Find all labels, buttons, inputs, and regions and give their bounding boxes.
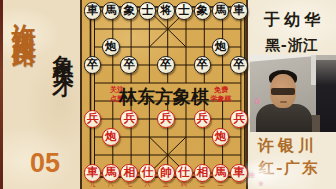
black-piece[interactable]: 卒 [230, 56, 248, 74]
board-cell: 馬 [102, 2, 120, 20]
red-piece[interactable]: 炮 [102, 128, 120, 146]
board-cell [138, 20, 156, 38]
board-cell [138, 110, 156, 128]
board-cell [175, 38, 193, 56]
board-cell: 車 [83, 2, 101, 20]
board-cell [230, 20, 248, 38]
board-cell [193, 146, 211, 164]
red-piece[interactable]: 車 [230, 164, 248, 182]
board-cell [138, 38, 156, 56]
black-piece[interactable]: 車 [84, 2, 102, 20]
board-cell [102, 20, 120, 38]
board-cell [102, 56, 120, 74]
wall-flower-icon: ✿ [254, 97, 261, 106]
board-cell: 車 [230, 164, 248, 182]
board-cell: 兵 [83, 110, 101, 128]
red-piece[interactable]: 馬 [102, 164, 120, 182]
red-piece[interactable]: 炮 [212, 128, 230, 146]
board-cell [83, 38, 101, 56]
board-cell: 馬 [211, 2, 229, 20]
episode-number: 05 [25, 148, 65, 179]
board-cell: 炮 [102, 38, 120, 56]
board-cell: 卒 [83, 56, 101, 74]
board-cell [175, 20, 193, 38]
black-piece[interactable]: 象 [120, 2, 138, 20]
board-cell [120, 128, 138, 146]
board-cell [211, 56, 229, 74]
board-cell [157, 38, 175, 56]
red-piece[interactable]: 相 [194, 164, 212, 182]
black-piece[interactable]: 車 [230, 2, 248, 20]
photo-ceiling-line [250, 55, 316, 62]
board-cell: 士 [175, 2, 193, 20]
board-cell [83, 128, 101, 146]
person-torso [256, 104, 312, 132]
webcam-photo: ✿ [250, 55, 336, 132]
black-piece[interactable]: 炮 [212, 38, 230, 56]
board-cell [138, 128, 156, 146]
board-cell: 馬 [211, 164, 229, 182]
red-piece[interactable]: 馬 [212, 164, 230, 182]
red-piece[interactable]: 兵 [84, 110, 102, 128]
board-cell: 将 [157, 2, 175, 20]
black-piece[interactable]: 象 [194, 2, 212, 20]
red-file-numbers: 九八七六五四三二一 [83, 181, 248, 188]
file-number-label: 五 [157, 181, 175, 188]
ad-right-text: 免费 学象棋 [208, 86, 234, 103]
board-cell: 卒 [120, 56, 138, 74]
board-cell [230, 38, 248, 56]
board-cell [211, 20, 229, 38]
board-cell [120, 20, 138, 38]
video-thumbnail: 许银川棋路 象棋天才 05 車馬象士将士象馬車炮炮卒卒卒卒卒兵兵兵兵兵炮炮車馬相… [0, 0, 336, 189]
board-cell: 兵 [230, 110, 248, 128]
board-cell: 炮 [102, 128, 120, 146]
board-cell: 車 [83, 164, 101, 182]
board-cell: 帥 [157, 164, 175, 182]
board-cell: 相 [193, 164, 211, 182]
petal-icon: ❀ [258, 180, 264, 188]
black-piece[interactable]: 士 [175, 2, 193, 20]
board-cell [211, 110, 229, 128]
board-cell: 炮 [211, 128, 229, 146]
black-piece[interactable]: 炮 [102, 38, 120, 56]
red-player-name: 许银川 [248, 136, 328, 157]
board-cell [230, 146, 248, 164]
series-subtitle: 象棋天才 [49, 38, 77, 158]
board-cell [175, 56, 193, 74]
right-info-panel: 于幼华 黑-浙江 ✿ 许银川 红-广东 ❀ ❀ [248, 0, 336, 189]
board-cell: 兵 [193, 110, 211, 128]
black-piece[interactable]: 馬 [212, 2, 230, 20]
board-cell: 相 [120, 164, 138, 182]
red-piece[interactable]: 仕 [139, 164, 157, 182]
red-piece[interactable]: 相 [120, 164, 138, 182]
board-cell [138, 146, 156, 164]
file-number-label: 四 [175, 181, 193, 188]
board-cell [120, 146, 138, 164]
file-number-label: 九 [83, 181, 101, 188]
file-number-label: 一 [230, 181, 248, 188]
black-player-side-region: 黑-浙江 [248, 36, 336, 55]
red-piece[interactable]: 兵 [194, 110, 212, 128]
file-number-label: 三 [193, 181, 211, 188]
board-cell [175, 146, 193, 164]
ad-channel-name: 林东方象棋 [118, 84, 209, 109]
red-piece[interactable]: 兵 [157, 110, 175, 128]
board-cell [193, 20, 211, 38]
board-cell [211, 146, 229, 164]
person-glasses [271, 88, 295, 95]
board-cell: 兵 [157, 110, 175, 128]
board-cell [175, 110, 193, 128]
black-piece[interactable]: 将 [157, 2, 175, 20]
board-cell: 卒 [193, 56, 211, 74]
black-piece[interactable]: 士 [139, 2, 157, 20]
black-piece[interactable]: 卒 [84, 56, 102, 74]
board-cell: 象 [193, 2, 211, 20]
black-piece[interactable]: 卒 [120, 56, 138, 74]
black-piece[interactable]: 卒 [194, 56, 212, 74]
black-player-name: 于幼华 [248, 10, 336, 31]
series-title: 许银川棋路 [8, 4, 40, 154]
board-cell: 炮 [211, 38, 229, 56]
board-cell: 卒 [230, 56, 248, 74]
person-mouth [280, 101, 287, 103]
ad-free-label: 免费 [208, 86, 234, 95]
board-cell: 兵 [120, 110, 138, 128]
board-cell [157, 128, 175, 146]
board-cell [193, 128, 211, 146]
river-ad-overlay: 关注 点赞 林东方象棋 免费 学象棋 [82, 84, 250, 110]
black-piece[interactable]: 卒 [157, 56, 175, 74]
board-cell [102, 110, 120, 128]
board-cell [83, 20, 101, 38]
file-number-label: 七 [120, 181, 138, 188]
board-cell: 仕 [138, 164, 156, 182]
board-cell [175, 128, 193, 146]
board-cell [102, 146, 120, 164]
board-cell [120, 38, 138, 56]
file-number-label: 二 [211, 181, 229, 188]
board-cell [157, 146, 175, 164]
red-piece[interactable]: 車 [84, 164, 102, 182]
left-title-panel: 许银川棋路 象棋天才 05 [3, 0, 80, 189]
board-cell [230, 128, 248, 146]
board-cell: 馬 [102, 164, 120, 182]
board-cell [138, 56, 156, 74]
file-number-label: 八 [102, 181, 120, 188]
board-cell [83, 146, 101, 164]
red-piece[interactable]: 仕 [175, 164, 193, 182]
red-piece[interactable]: 兵 [230, 110, 248, 128]
black-piece[interactable]: 馬 [102, 2, 120, 20]
board-cell [157, 20, 175, 38]
file-number-label: 六 [138, 181, 156, 188]
ad-learn-label: 学象棋 [208, 95, 234, 104]
red-piece[interactable]: 兵 [120, 110, 138, 128]
red-piece[interactable]: 帥 [157, 164, 175, 182]
board-cell: 士 [138, 2, 156, 20]
board-cell: 象 [120, 2, 138, 20]
board-cell [193, 38, 211, 56]
xiangqi-board: 車馬象士将士象馬車炮炮卒卒卒卒卒兵兵兵兵兵炮炮車馬相仕帥仕相馬車 关注 点赞 林… [80, 0, 248, 189]
board-cell: 仕 [175, 164, 193, 182]
board-cell: 車 [230, 2, 248, 20]
board-cell: 卒 [157, 56, 175, 74]
